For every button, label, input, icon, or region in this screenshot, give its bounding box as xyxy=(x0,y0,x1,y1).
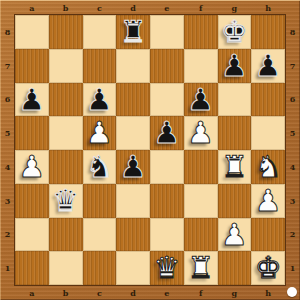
square-h4[interactable]: ♞ xyxy=(251,150,285,184)
white-pawn-a4[interactable]: ♟ xyxy=(18,150,45,184)
rank-label-right-2: 2 xyxy=(290,229,296,239)
square-b8[interactable] xyxy=(49,15,83,49)
square-g8[interactable]: ♚ xyxy=(218,15,252,49)
black-pawn-d4[interactable]: ♟ xyxy=(120,150,147,184)
white-pawn-h3[interactable]: ♟ xyxy=(255,184,282,218)
square-b4[interactable] xyxy=(49,150,83,184)
square-h8[interactable] xyxy=(251,15,285,49)
square-b2[interactable] xyxy=(49,218,83,252)
square-e7[interactable] xyxy=(150,49,184,83)
black-rook-d8[interactable]: ♜ xyxy=(120,15,147,49)
square-a3[interactable] xyxy=(15,184,49,218)
chess-board[interactable]: ♜♚♟♟♟♟♟♟♟♟♟♞♟♜♞♛♟♟♛♜♚ xyxy=(15,15,285,285)
square-d7[interactable] xyxy=(116,49,150,83)
square-d6[interactable] xyxy=(116,83,150,117)
white-pawn-c5[interactable]: ♟ xyxy=(86,116,113,150)
square-g6[interactable] xyxy=(218,83,252,117)
rank-label-right-7: 7 xyxy=(290,61,296,71)
black-pawn-h7[interactable]: ♟ xyxy=(255,49,282,83)
square-g3[interactable] xyxy=(218,184,252,218)
side-to-move-indicator xyxy=(287,287,297,297)
white-knight-h4[interactable]: ♞ xyxy=(255,150,282,184)
square-a8[interactable] xyxy=(15,15,49,49)
black-pawn-a6[interactable]: ♟ xyxy=(18,83,45,117)
rank-label-left-2: 2 xyxy=(5,229,11,239)
file-label-top-f: f xyxy=(199,3,202,13)
square-a7[interactable] xyxy=(15,49,49,83)
square-c4[interactable]: ♞ xyxy=(83,150,117,184)
rank-label-right-4: 4 xyxy=(290,162,296,172)
square-a1[interactable] xyxy=(15,251,49,285)
black-pawn-c6[interactable]: ♟ xyxy=(86,83,113,117)
rank-label-right-5: 5 xyxy=(290,128,296,138)
file-label-top-b: b xyxy=(63,3,69,13)
white-pawn-g2[interactable]: ♟ xyxy=(221,218,248,252)
square-a6[interactable]: ♟ xyxy=(15,83,49,117)
square-e5[interactable]: ♟ xyxy=(150,116,184,150)
square-e6[interactable] xyxy=(150,83,184,117)
square-e4[interactable] xyxy=(150,150,184,184)
square-d4[interactable]: ♟ xyxy=(116,150,150,184)
square-h1[interactable]: ♚ xyxy=(251,251,285,285)
white-pawn-f5[interactable]: ♟ xyxy=(187,116,214,150)
square-g5[interactable] xyxy=(218,116,252,150)
square-f6[interactable]: ♟ xyxy=(184,83,218,117)
file-label-bottom-h: h xyxy=(265,288,271,298)
black-queen-b3[interactable]: ♛ xyxy=(52,184,79,218)
square-d5[interactable] xyxy=(116,116,150,150)
black-king-g8[interactable]: ♚ xyxy=(221,15,248,49)
file-label-top-g: g xyxy=(232,3,238,13)
square-c2[interactable] xyxy=(83,218,117,252)
square-e8[interactable] xyxy=(150,15,184,49)
square-c1[interactable] xyxy=(83,251,117,285)
square-b7[interactable] xyxy=(49,49,83,83)
square-f8[interactable] xyxy=(184,15,218,49)
rank-label-left-8: 8 xyxy=(5,27,11,37)
square-f5[interactable]: ♟ xyxy=(184,116,218,150)
square-f7[interactable] xyxy=(184,49,218,83)
square-b1[interactable] xyxy=(49,251,83,285)
rank-label-left-3: 3 xyxy=(5,196,11,206)
file-label-top-e: e xyxy=(164,3,169,13)
square-f2[interactable] xyxy=(184,218,218,252)
square-a4[interactable]: ♟ xyxy=(15,150,49,184)
rank-label-right-8: 8 xyxy=(290,27,296,37)
square-f3[interactable] xyxy=(184,184,218,218)
black-pawn-e5[interactable]: ♟ xyxy=(153,116,180,150)
rank-label-left-5: 5 xyxy=(5,128,11,138)
file-label-bottom-c: c xyxy=(97,288,102,298)
file-label-top-h: h xyxy=(265,3,271,13)
square-d3[interactable] xyxy=(116,184,150,218)
square-h3[interactable]: ♟ xyxy=(251,184,285,218)
square-h7[interactable]: ♟ xyxy=(251,49,285,83)
square-e2[interactable] xyxy=(150,218,184,252)
square-c8[interactable] xyxy=(83,15,117,49)
square-g2[interactable]: ♟ xyxy=(218,218,252,252)
rank-label-right-6: 6 xyxy=(290,94,296,104)
file-label-top-c: c xyxy=(97,3,102,13)
square-d1[interactable] xyxy=(116,251,150,285)
rank-label-left-4: 4 xyxy=(5,162,11,172)
white-king-h1[interactable]: ♚ xyxy=(255,251,282,285)
square-b6[interactable] xyxy=(49,83,83,117)
file-label-bottom-g: g xyxy=(232,288,238,298)
rank-label-left-6: 6 xyxy=(5,94,11,104)
square-e1[interactable]: ♛ xyxy=(150,251,184,285)
square-c5[interactable]: ♟ xyxy=(83,116,117,150)
square-d8[interactable]: ♜ xyxy=(116,15,150,49)
square-h5[interactable] xyxy=(251,116,285,150)
file-label-bottom-d: d xyxy=(130,288,136,298)
square-g4[interactable]: ♜ xyxy=(218,150,252,184)
white-queen-e1[interactable]: ♛ xyxy=(153,251,180,285)
file-label-bottom-b: b xyxy=(63,288,69,298)
rank-label-left-1: 1 xyxy=(5,263,11,273)
square-f1[interactable]: ♜ xyxy=(184,251,218,285)
white-rook-f1[interactable]: ♜ xyxy=(187,251,214,285)
file-label-top-d: d xyxy=(130,3,136,13)
square-e3[interactable] xyxy=(150,184,184,218)
file-label-bottom-e: e xyxy=(164,288,169,298)
square-b3[interactable]: ♛ xyxy=(49,184,83,218)
square-g7[interactable]: ♟ xyxy=(218,49,252,83)
black-pawn-g7[interactable]: ♟ xyxy=(221,49,248,83)
square-f4[interactable] xyxy=(184,150,218,184)
chess-app: ♜♚♟♟♟♟♟♟♟♟♟♞♟♜♞♛♟♟♛♜♚ aabbccddeeffgghh88… xyxy=(0,0,300,300)
file-label-bottom-a: a xyxy=(29,288,34,298)
rank-label-right-1: 1 xyxy=(290,263,296,273)
black-pawn-f6[interactable]: ♟ xyxy=(187,83,214,117)
square-g1[interactable] xyxy=(218,251,252,285)
square-a2[interactable] xyxy=(15,218,49,252)
square-h2[interactable] xyxy=(251,218,285,252)
square-b5[interactable] xyxy=(49,116,83,150)
white-rook-g4[interactable]: ♜ xyxy=(221,150,248,184)
rank-label-left-7: 7 xyxy=(5,61,11,71)
file-label-bottom-f: f xyxy=(199,288,202,298)
square-h6[interactable] xyxy=(251,83,285,117)
square-c7[interactable] xyxy=(83,49,117,83)
file-label-top-a: a xyxy=(29,3,34,13)
square-d2[interactable] xyxy=(116,218,150,252)
black-knight-c4[interactable]: ♞ xyxy=(86,150,113,184)
square-c3[interactable] xyxy=(83,184,117,218)
rank-label-right-3: 3 xyxy=(290,196,296,206)
square-c6[interactable]: ♟ xyxy=(83,83,117,117)
square-a5[interactable] xyxy=(15,116,49,150)
